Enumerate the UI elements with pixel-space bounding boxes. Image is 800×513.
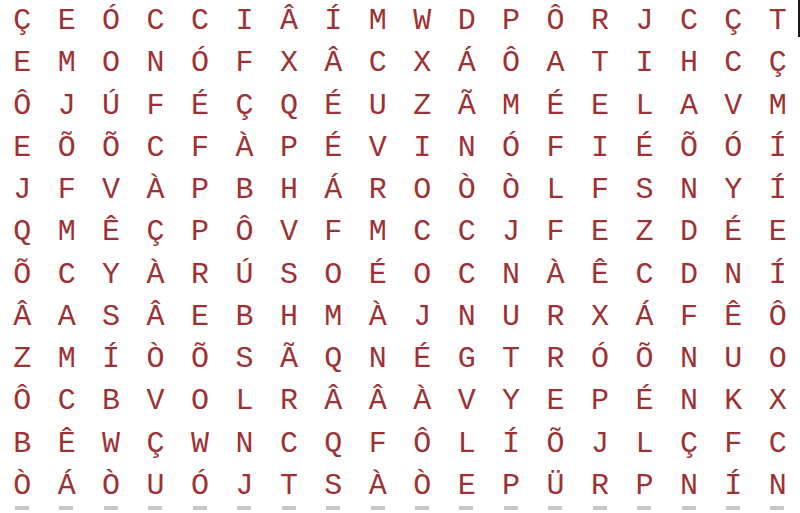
grid-cell[interactable]: E xyxy=(533,380,577,422)
grid-cell[interactable]: V xyxy=(267,211,311,253)
grid-cell[interactable]: V xyxy=(711,85,755,127)
grid-cell[interactable]: F xyxy=(711,423,755,465)
grid-cell[interactable]: C xyxy=(622,254,666,296)
grid-cell[interactable]: S xyxy=(89,296,133,338)
grid-cell[interactable]: É xyxy=(311,85,355,127)
grid-cell[interactable]: C xyxy=(133,127,177,169)
grid-cell[interactable]: À xyxy=(356,465,400,507)
grid-cell[interactable]: F xyxy=(667,296,711,338)
grid-cell[interactable]: Ç xyxy=(711,0,755,42)
grid-cell[interactable]: E xyxy=(444,465,488,507)
grid-cell[interactable]: F xyxy=(356,423,400,465)
grid-cell[interactable]: Ç xyxy=(133,423,177,465)
grid-cell[interactable]: J xyxy=(222,465,266,507)
grid-cell[interactable]: M xyxy=(44,42,88,84)
grid-cell[interactable]: C xyxy=(444,254,488,296)
grid-cell[interactable]: X xyxy=(578,296,622,338)
grid-cell[interactable]: N xyxy=(711,254,755,296)
grid-cell[interactable]: G xyxy=(444,338,488,380)
grid-cell[interactable]: M xyxy=(44,211,88,253)
grid-cell[interactable]: O xyxy=(400,254,444,296)
grid-cell[interactable]: Â xyxy=(267,0,311,42)
grid-cell[interactable]: M xyxy=(44,338,88,380)
grid-cell[interactable]: J xyxy=(400,296,444,338)
grid-cell[interactable]: U xyxy=(711,338,755,380)
grid-cell[interactable]: M xyxy=(311,296,355,338)
grid-cell[interactable]: Õ xyxy=(667,127,711,169)
grid-cell[interactable]: F xyxy=(311,211,355,253)
grid-cell[interactable]: Á xyxy=(311,169,355,211)
grid-cell[interactable]: Â xyxy=(311,380,355,422)
grid-cell[interactable]: Í xyxy=(711,465,755,507)
grid-cell[interactable]: R xyxy=(533,338,577,380)
grid-cell[interactable]: U xyxy=(356,85,400,127)
grid-cell[interactable]: P xyxy=(267,127,311,169)
grid-cell[interactable]: A xyxy=(667,85,711,127)
grid-cell[interactable]: R xyxy=(533,296,577,338)
grid-cell[interactable]: K xyxy=(711,380,755,422)
grid-cell[interactable]: N xyxy=(756,465,800,507)
grid-cell[interactable]: C xyxy=(356,42,400,84)
grid-cell[interactable]: D xyxy=(444,0,488,42)
grid-cell[interactable]: À xyxy=(133,169,177,211)
grid-cell[interactable]: Â xyxy=(0,296,44,338)
grid-cell[interactable]: E xyxy=(578,211,622,253)
grid-cell[interactable]: É xyxy=(711,211,755,253)
grid-cell[interactable]: Õ xyxy=(533,423,577,465)
grid-cell[interactable]: S xyxy=(267,254,311,296)
grid-cell[interactable]: H xyxy=(267,169,311,211)
grid-cell[interactable]: Í xyxy=(756,169,800,211)
grid-cell[interactable]: T xyxy=(756,0,800,42)
grid-cell[interactable]: L xyxy=(533,169,577,211)
grid-cell[interactable]: N xyxy=(667,169,711,211)
grid-cell[interactable]: Ç xyxy=(222,85,266,127)
grid-cell[interactable]: V xyxy=(444,380,488,422)
grid-cell[interactable]: R xyxy=(578,0,622,42)
grid-cell[interactable]: É xyxy=(311,127,355,169)
grid-cell[interactable]: Ô xyxy=(533,0,577,42)
grid-cell[interactable]: F xyxy=(178,127,222,169)
grid-cell[interactable]: J xyxy=(0,169,44,211)
grid-cell[interactable]: Q xyxy=(267,85,311,127)
grid-cell[interactable]: Ú xyxy=(222,254,266,296)
grid-cell[interactable]: X xyxy=(400,42,444,84)
grid-cell[interactable]: Õ xyxy=(44,127,88,169)
grid-cell[interactable]: Ê xyxy=(44,423,88,465)
grid-cell[interactable]: Ô xyxy=(756,296,800,338)
grid-cell[interactable]: Ü xyxy=(533,465,577,507)
grid-cell[interactable]: I xyxy=(400,127,444,169)
grid-cell[interactable]: E xyxy=(578,85,622,127)
grid-cell[interactable]: F xyxy=(533,211,577,253)
grid-cell[interactable]: C xyxy=(178,0,222,42)
grid-cell[interactable]: Á xyxy=(444,42,488,84)
grid-cell[interactable]: Í xyxy=(311,0,355,42)
grid-cell[interactable]: S xyxy=(311,465,355,507)
grid-cell[interactable]: F xyxy=(133,85,177,127)
grid-cell[interactable]: Â xyxy=(311,42,355,84)
grid-cell[interactable]: L xyxy=(444,423,488,465)
grid-cell[interactable]: L xyxy=(622,85,666,127)
grid-cell[interactable]: Ç xyxy=(0,0,44,42)
grid-cell[interactable]: Ò xyxy=(133,338,177,380)
grid-cell[interactable]: C xyxy=(444,211,488,253)
grid-cell[interactable]: Q xyxy=(0,211,44,253)
grid-cell[interactable]: J xyxy=(489,211,533,253)
grid-cell[interactable]: O xyxy=(89,42,133,84)
grid-cell[interactable]: C xyxy=(756,423,800,465)
grid-cell[interactable]: V xyxy=(89,169,133,211)
grid-cell[interactable]: Õ xyxy=(622,338,666,380)
grid-cell[interactable]: W xyxy=(400,0,444,42)
grid-cell[interactable]: C xyxy=(133,0,177,42)
grid-cell[interactable]: C xyxy=(267,423,311,465)
grid-cell[interactable]: O xyxy=(400,169,444,211)
grid-cell[interactable]: Ò xyxy=(89,465,133,507)
grid-cell[interactable]: X xyxy=(267,42,311,84)
grid-cell[interactable]: F xyxy=(533,127,577,169)
grid-cell[interactable]: I xyxy=(578,127,622,169)
grid-cell[interactable]: Õ xyxy=(0,254,44,296)
grid-cell[interactable]: Z xyxy=(0,338,44,380)
grid-cell[interactable]: N xyxy=(222,423,266,465)
grid-cell[interactable]: Â xyxy=(356,380,400,422)
grid-cell[interactable]: Ô xyxy=(222,211,266,253)
grid-cell[interactable]: Ó xyxy=(489,127,533,169)
grid-cell[interactable]: O xyxy=(756,338,800,380)
grid-cell[interactable]: A xyxy=(533,42,577,84)
cutoff-next-row-artifact xyxy=(0,506,800,510)
grid-cell[interactable]: Õ xyxy=(178,338,222,380)
grid-cell[interactable]: U xyxy=(133,465,177,507)
grid-cell[interactable]: D xyxy=(667,211,711,253)
grid-cell[interactable]: N xyxy=(667,380,711,422)
grid-cell[interactable]: Ê xyxy=(578,254,622,296)
grid-cell[interactable]: P xyxy=(178,169,222,211)
grid-cell[interactable]: É xyxy=(622,127,666,169)
grid-cell[interactable]: N xyxy=(667,338,711,380)
grid-cell[interactable]: M xyxy=(356,0,400,42)
grid-cell[interactable]: Ô xyxy=(0,380,44,422)
grid-cell[interactable]: J xyxy=(44,85,88,127)
grid-cell[interactable]: Ò xyxy=(0,465,44,507)
grid-cell[interactable]: F xyxy=(44,169,88,211)
grid-cell[interactable]: H xyxy=(667,42,711,84)
grid-cell[interactable]: Ê xyxy=(89,211,133,253)
grid-cell[interactable]: Á xyxy=(622,296,666,338)
grid-cell[interactable]: E xyxy=(0,42,44,84)
grid-cell[interactable]: V xyxy=(133,380,177,422)
grid-cell[interactable]: P xyxy=(178,211,222,253)
grid-cell[interactable]: I xyxy=(222,0,266,42)
grid-cell[interactable]: F xyxy=(578,169,622,211)
grid-cell[interactable]: J xyxy=(578,423,622,465)
grid-cell[interactable]: V xyxy=(356,127,400,169)
grid-cell[interactable]: S xyxy=(622,169,666,211)
grid-cell[interactable]: W xyxy=(89,423,133,465)
grid-cell[interactable]: P xyxy=(622,465,666,507)
grid-cell[interactable]: Q xyxy=(311,338,355,380)
grid-cell[interactable]: C xyxy=(711,42,755,84)
grid-cell[interactable]: Í xyxy=(756,127,800,169)
grid-cell[interactable]: L xyxy=(622,423,666,465)
grid-cell[interactable]: D xyxy=(667,254,711,296)
grid-cell[interactable]: É xyxy=(178,85,222,127)
grid-cell[interactable]: E xyxy=(44,0,88,42)
grid-cell[interactable]: C xyxy=(44,380,88,422)
grid-cell[interactable]: F xyxy=(222,42,266,84)
grid-cell[interactable]: B xyxy=(89,380,133,422)
grid-cell[interactable]: Ã xyxy=(444,85,488,127)
grid-cell[interactable]: E xyxy=(178,296,222,338)
grid-cell[interactable]: L xyxy=(222,380,266,422)
grid-cell[interactable]: R xyxy=(178,254,222,296)
grid-cell[interactable]: Q xyxy=(311,423,355,465)
grid-cell[interactable]: É xyxy=(533,85,577,127)
grid-cell[interactable]: C xyxy=(667,0,711,42)
grid-cell[interactable]: H xyxy=(267,296,311,338)
grid-cell[interactable]: Y xyxy=(89,254,133,296)
grid-cell[interactable]: Í xyxy=(489,423,533,465)
grid-cell[interactable]: O xyxy=(311,254,355,296)
grid-cell[interactable]: S xyxy=(222,338,266,380)
grid-cell[interactable]: O xyxy=(178,380,222,422)
grid-cell[interactable]: N xyxy=(444,127,488,169)
grid-cell[interactable]: À xyxy=(533,254,577,296)
grid-cell[interactable]: C xyxy=(400,211,444,253)
grid-cell[interactable]: N xyxy=(667,465,711,507)
grid-cell[interactable]: N xyxy=(133,42,177,84)
grid-cell[interactable]: T xyxy=(489,338,533,380)
grid-cell[interactable]: I xyxy=(622,42,666,84)
grid-cell[interactable]: É xyxy=(622,380,666,422)
grid-cell[interactable]: À xyxy=(222,127,266,169)
grid-cell[interactable]: Ç xyxy=(667,423,711,465)
grid-cell[interactable]: B xyxy=(222,169,266,211)
grid-cell[interactable]: É xyxy=(400,338,444,380)
grid-cell[interactable]: T xyxy=(578,42,622,84)
grid-cell[interactable]: Y xyxy=(489,380,533,422)
grid-cell[interactable]: Ó xyxy=(578,338,622,380)
grid-cell[interactable]: À xyxy=(133,254,177,296)
grid-cell[interactable]: Y xyxy=(711,169,755,211)
grid-cell[interactable]: Ú xyxy=(89,85,133,127)
grid-cell[interactable]: Á xyxy=(44,465,88,507)
grid-cell[interactable]: M xyxy=(489,85,533,127)
grid-cell[interactable]: R xyxy=(356,169,400,211)
grid-cell[interactable]: Ò xyxy=(400,465,444,507)
grid-cell[interactable]: R xyxy=(267,380,311,422)
grid-cell[interactable]: A xyxy=(44,296,88,338)
grid-cell[interactable]: Ê xyxy=(711,296,755,338)
grid-cell[interactable]: Ó xyxy=(178,42,222,84)
grid-cell[interactable]: B xyxy=(222,296,266,338)
grid-cell[interactable]: Ç xyxy=(756,42,800,84)
grid-cell[interactable]: Õ xyxy=(89,127,133,169)
grid-cell[interactable]: N xyxy=(356,338,400,380)
grid-cell[interactable]: N xyxy=(444,296,488,338)
grid-cell[interactable]: Ô xyxy=(0,85,44,127)
word-search-grid: ÇEÓCCIÂÍMWDPÔRJCÇTEMONÓFXÂCXÁÔATIHCÇÔJÚF… xyxy=(0,0,800,507)
grid-cell[interactable]: À xyxy=(356,296,400,338)
grid-cell[interactable]: R xyxy=(578,465,622,507)
grid-cell[interactable]: X xyxy=(756,380,800,422)
grid-cell[interactable]: M xyxy=(756,85,800,127)
grid-cell[interactable]: T xyxy=(267,465,311,507)
grid-cell[interactable]: E xyxy=(0,127,44,169)
grid-cell[interactable]: Â xyxy=(133,296,177,338)
grid-cell[interactable]: P xyxy=(489,0,533,42)
grid-cell[interactable]: Z xyxy=(622,211,666,253)
grid-cell[interactable]: C xyxy=(44,254,88,296)
grid-cell[interactable]: N xyxy=(489,254,533,296)
grid-cell[interactable]: Ç xyxy=(133,211,177,253)
grid-cell[interactable]: E xyxy=(756,211,800,253)
grid-cell[interactable]: Ò xyxy=(444,169,488,211)
grid-cell[interactable]: B xyxy=(0,423,44,465)
grid-cell[interactable]: Ô xyxy=(489,42,533,84)
grid-cell[interactable]: Ó xyxy=(178,465,222,507)
grid-cell[interactable]: Ó xyxy=(89,0,133,42)
grid-cell[interactable]: Z xyxy=(400,85,444,127)
grid-cell[interactable]: Í xyxy=(89,338,133,380)
grid-cell[interactable]: M xyxy=(356,211,400,253)
grid-cell[interactable]: Ó xyxy=(711,127,755,169)
grid-cell[interactable]: J xyxy=(622,0,666,42)
grid-cell[interactable]: Ã xyxy=(267,338,311,380)
grid-cell[interactable]: À xyxy=(400,380,444,422)
grid-cell[interactable]: U xyxy=(489,296,533,338)
grid-cell[interactable]: Ò xyxy=(489,169,533,211)
grid-cell[interactable]: W xyxy=(178,423,222,465)
grid-cell[interactable]: É xyxy=(356,254,400,296)
grid-cell[interactable]: P xyxy=(489,465,533,507)
grid-cell[interactable]: P xyxy=(578,380,622,422)
grid-cell[interactable]: Ô xyxy=(400,423,444,465)
grid-cell[interactable]: Í xyxy=(756,254,800,296)
